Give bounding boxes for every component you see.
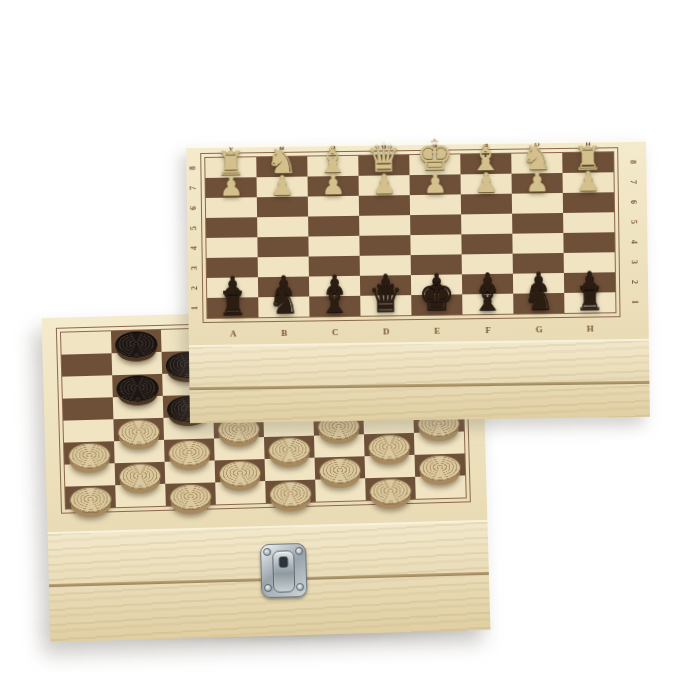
file-label-e-bottom: E <box>432 326 442 336</box>
chess-square-f5[interactable] <box>461 214 512 235</box>
chess-piece-dark-bishop-f1[interactable]: ♝ <box>471 280 504 316</box>
file-label-b-bottom: B <box>279 328 289 338</box>
chess-piece-light-pawn-e7[interactable]: ♟ <box>423 170 448 197</box>
chess-piece-light-pawn-a7[interactable]: ♟ <box>219 172 244 199</box>
checkers-square-r1c0[interactable] <box>62 353 113 376</box>
chess-board-frame <box>200 147 620 323</box>
rank-label-4-left: 4 <box>189 243 199 253</box>
chess-piece-light-pawn-b7[interactable]: ♟ <box>270 172 295 199</box>
chess-piece-light-pawn-c7[interactable]: ♟ <box>321 171 346 198</box>
chess-piece-light-pawn-g7[interactable]: ♟ <box>525 168 550 195</box>
chess-piece-dark-king-e1[interactable]: ♚ <box>418 274 456 317</box>
file-label-a-bottom: A <box>228 329 238 339</box>
chess-square-c4[interactable] <box>308 236 359 257</box>
clasp-hasp <box>272 550 295 593</box>
file-label-c-top: C <box>328 142 338 152</box>
checkers-box-front <box>48 520 491 642</box>
checkers-square-r4c0[interactable] <box>63 419 114 442</box>
chess-piece-light-pawn-h7[interactable]: ♟ <box>576 167 601 194</box>
rank-label-1-left: 1 <box>190 303 200 313</box>
file-label-b-top: B <box>277 143 287 153</box>
file-label-f-top: F <box>481 140 491 150</box>
chess-square-d5[interactable] <box>359 215 410 236</box>
rank-label-2-right: 2 <box>629 277 639 287</box>
rank-label-1-right: 1 <box>629 297 639 307</box>
file-label-a-top: A <box>226 144 236 154</box>
rank-label-6-left: 6 <box>189 203 199 213</box>
rank-label-3-right: 3 <box>629 257 639 267</box>
rank-label-8-left: 8 <box>188 163 198 173</box>
rank-label-3-left: 3 <box>190 263 200 273</box>
file-label-g-bottom: G <box>534 324 544 334</box>
chess-square-g4[interactable] <box>512 233 563 254</box>
chess-square-e5[interactable] <box>410 214 461 235</box>
rank-label-7-right: 7 <box>628 177 638 187</box>
chess-piece-light-pawn-d7[interactable]: ♟ <box>372 170 397 197</box>
chess-square-e4[interactable] <box>410 234 461 255</box>
rank-label-7-left: 7 <box>189 183 199 193</box>
file-label-g-top: G <box>532 139 542 149</box>
checkers-square-r2c0[interactable] <box>62 375 113 398</box>
chess-box: AABBCCDDEEFFGGHH8877665544332211 ♜♞♝♛♚♝♞… <box>186 139 650 423</box>
file-label-e-top: E <box>430 141 440 151</box>
chess-square-f4[interactable] <box>461 234 512 255</box>
chess-square-a5[interactable] <box>206 217 257 238</box>
checkers-square-r0c0[interactable] <box>61 331 112 354</box>
file-label-d-top: D <box>379 141 389 151</box>
chess-piece-dark-rook-h1[interactable]: ♜ <box>575 281 605 314</box>
chess-square-a4[interactable] <box>206 237 257 258</box>
file-label-h-top: H <box>583 139 593 149</box>
chess-square-g5[interactable] <box>512 213 563 234</box>
rank-label-4-right: 4 <box>628 237 638 247</box>
file-label-c-bottom: C <box>330 327 340 337</box>
file-label-h-bottom: H <box>585 324 595 334</box>
chess-piece-light-pawn-f7[interactable]: ♟ <box>474 169 499 196</box>
chess-square-h4[interactable] <box>563 232 614 253</box>
chess-board: AABBCCDDEEFFGGHH8877665544332211 ♜♞♝♛♚♝♞… <box>186 139 649 345</box>
chess-square-b4[interactable] <box>257 237 308 258</box>
chess-box-front <box>189 339 650 423</box>
chess-piece-dark-knight-g1[interactable]: ♞ <box>522 279 555 315</box>
checkers-square-r3c0[interactable] <box>63 397 114 420</box>
chess-square-b5[interactable] <box>257 217 308 238</box>
product-photo-scene: AABBCCDDEEFFGGHH8877665544332211 ♜♞♝♛♚♝♞… <box>0 0 700 700</box>
rank-label-8-right: 8 <box>627 157 637 167</box>
file-label-d-bottom: D <box>381 326 391 336</box>
chess-piece-dark-rook-a1[interactable]: ♜ <box>218 286 248 319</box>
chess-piece-layer: ♜♞♝♛♚♝♞♜♟♟♟♟♟♟♟♟♟♟♟♟♟♟♟♟♜♞♝♛♚♝♞♜ <box>186 139 646 145</box>
box-lid-seam <box>189 381 649 390</box>
chess-piece-dark-queen-d1[interactable]: ♛ <box>368 277 404 317</box>
chess-piece-dark-bishop-c1[interactable]: ♝ <box>318 282 351 318</box>
rank-label-2-left: 2 <box>190 283 200 293</box>
file-label-f-bottom: F <box>483 325 493 335</box>
rank-label-5-left: 5 <box>189 223 199 233</box>
chess-square-h5[interactable] <box>563 212 614 233</box>
rank-label-6-right: 6 <box>628 197 638 207</box>
clasp-hasp-slot <box>279 556 288 567</box>
clasp-latch[interactable] <box>260 543 307 598</box>
chess-square-d4[interactable] <box>359 235 410 256</box>
chess-square-c5[interactable] <box>308 216 359 237</box>
chess-piece-dark-knight-b1[interactable]: ♞ <box>267 283 300 319</box>
rank-label-5-right: 5 <box>628 217 638 227</box>
